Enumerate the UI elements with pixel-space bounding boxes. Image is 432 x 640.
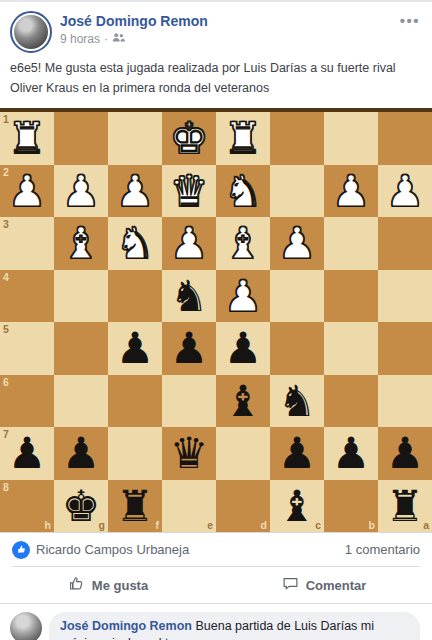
square-f8: ♜f	[108, 480, 162, 533]
square-h6: 6	[0, 375, 54, 428]
square-g1	[54, 112, 108, 165]
rank-label-7: 7	[3, 429, 9, 439]
white-queen: ♛	[170, 165, 209, 218]
square-c6: ♞	[270, 375, 324, 428]
white-pawn: ♟	[8, 165, 47, 218]
square-b1	[324, 112, 378, 165]
square-e1: ♚	[162, 112, 216, 165]
black-pawn: ♟	[386, 427, 425, 480]
black-bishop: ♝	[224, 375, 263, 428]
file-label-h: h	[45, 520, 51, 530]
square-g4	[54, 270, 108, 323]
square-b2: ♟	[324, 165, 378, 218]
square-f5: ♟	[108, 322, 162, 375]
post-author-name[interactable]: José Domingo Remon	[60, 13, 208, 30]
square-e6	[162, 375, 216, 428]
author-avatar-photo	[14, 15, 48, 49]
white-pawn: ♟	[170, 217, 209, 270]
square-d4: ♟	[216, 270, 270, 323]
file-label-f: f	[156, 520, 160, 530]
square-b3	[324, 217, 378, 270]
square-c7: ♟	[270, 427, 324, 480]
square-g2: ♟	[54, 165, 108, 218]
square-e3: ♟	[162, 217, 216, 270]
square-f7	[108, 427, 162, 480]
file-label-e: e	[207, 520, 213, 530]
square-d1: ♜	[216, 112, 270, 165]
square-a6	[378, 375, 432, 428]
white-knight: ♞	[116, 217, 155, 270]
black-king: ♚	[62, 480, 101, 533]
rank-label-4: 4	[3, 272, 9, 282]
action-bar: Me gusta Comentar	[0, 567, 432, 603]
square-c4	[270, 270, 324, 323]
file-label-a: a	[423, 520, 429, 530]
square-h8: 8h	[0, 480, 54, 533]
rank-label-2: 2	[3, 167, 9, 177]
square-c5	[270, 322, 324, 375]
chess-board-image[interactable]: ♜1♚♜♟2♟♟♛♞♟♟3♝♞♟♝♟4♞♟5♟♟♟6♝♞♟7♟♛♟♟♟8h♚g♜…	[0, 108, 432, 533]
square-g5	[54, 322, 108, 375]
square-e7: ♛	[162, 427, 216, 480]
white-king: ♚	[170, 112, 209, 165]
file-label-d: d	[261, 520, 267, 530]
square-d5: ♟	[216, 322, 270, 375]
comment-author-name[interactable]: José Domingo Remon	[60, 619, 192, 633]
white-bishop: ♝	[224, 217, 263, 270]
black-rook: ♜	[386, 480, 425, 533]
square-h2: ♟2	[0, 165, 54, 218]
comment: José Domingo Remon Buena partida de Luis…	[0, 604, 432, 640]
square-d2: ♞	[216, 165, 270, 218]
file-label-g: g	[99, 520, 105, 530]
square-b8: b	[324, 480, 378, 533]
like-button[interactable]: Me gusta	[0, 567, 216, 603]
square-f6	[108, 375, 162, 428]
white-pawn: ♟	[332, 165, 371, 218]
rank-label-1: 1	[3, 114, 9, 124]
square-h1: ♜1	[0, 112, 54, 165]
file-label-c: c	[315, 520, 321, 530]
square-c1	[270, 112, 324, 165]
comment-bubble-icon	[282, 575, 299, 595]
white-pawn: ♟	[224, 270, 263, 323]
post-meta[interactable]: 9 horas ·	[60, 32, 208, 46]
square-h5: 5	[0, 322, 54, 375]
rank-label-5: 5	[3, 324, 9, 334]
black-pawn: ♟	[8, 427, 47, 480]
post-timestamp[interactable]: 9 horas	[60, 32, 100, 46]
white-pawn: ♟	[116, 165, 155, 218]
meta-separator: ·	[104, 32, 108, 46]
square-e5: ♟	[162, 322, 216, 375]
white-pawn: ♟	[278, 217, 317, 270]
square-c2	[270, 165, 324, 218]
black-queen: ♛	[170, 427, 209, 480]
white-rook: ♜	[8, 112, 47, 165]
like-thumb-icon	[68, 575, 85, 595]
square-d7	[216, 427, 270, 480]
square-d3: ♝	[216, 217, 270, 270]
square-f3: ♞	[108, 217, 162, 270]
square-g3: ♝	[54, 217, 108, 270]
engagement-summary: Ricardo Campos Urbaneja 1 comentario	[0, 533, 432, 566]
square-a3	[378, 217, 432, 270]
liker-name[interactable]: Ricardo Campos Urbaneja	[36, 542, 189, 557]
comment-button[interactable]: Comentar	[216, 567, 432, 603]
rank-label-3: 3	[3, 219, 9, 229]
square-e8: e	[162, 480, 216, 533]
post-menu-icon[interactable]: •••	[400, 12, 420, 29]
black-bishop: ♝	[278, 480, 317, 533]
rank-label-6: 6	[3, 377, 9, 387]
like-button-label: Me gusta	[92, 578, 148, 593]
black-pawn: ♟	[62, 427, 101, 480]
square-a4	[378, 270, 432, 323]
square-c8: ♝c	[270, 480, 324, 533]
comment-button-label: Comentar	[306, 578, 367, 593]
file-label-b: b	[369, 520, 375, 530]
square-d8: d	[216, 480, 270, 533]
square-f1	[108, 112, 162, 165]
post-header-text: José Domingo Remon 9 horas ·	[60, 11, 208, 46]
black-knight: ♞	[278, 375, 317, 428]
black-knight: ♞	[170, 270, 209, 323]
white-knight: ♞	[224, 165, 263, 218]
white-pawn: ♟	[386, 165, 425, 218]
post-text: e6e5! Me gusta esta jugada realizada por…	[0, 50, 424, 108]
square-f2: ♟	[108, 165, 162, 218]
square-g7: ♟	[54, 427, 108, 480]
square-h3: 3	[0, 217, 54, 270]
post-header: José Domingo Remon 9 horas · •••	[0, 2, 432, 50]
square-a7: ♟	[378, 427, 432, 480]
square-g8: ♚g	[54, 480, 108, 533]
rank-label-8: 8	[3, 482, 9, 492]
white-pawn: ♟	[62, 165, 101, 218]
square-h4: 4	[0, 270, 54, 323]
friends-icon	[112, 32, 125, 46]
square-e4: ♞	[162, 270, 216, 323]
author-avatar[interactable]	[10, 11, 52, 53]
square-d6: ♝	[216, 375, 270, 428]
square-a1	[378, 112, 432, 165]
white-bishop: ♝	[62, 217, 101, 270]
black-pawn: ♟	[278, 427, 317, 480]
black-rook: ♜	[116, 480, 155, 533]
black-pawn: ♟	[332, 427, 371, 480]
comment-bubble: José Domingo Remon Buena partida de Luis…	[49, 612, 420, 640]
black-pawn: ♟	[116, 322, 155, 375]
square-c3: ♟	[270, 217, 324, 270]
square-b5	[324, 322, 378, 375]
chess-board: ♜1♚♜♟2♟♟♛♞♟♟3♝♞♟♝♟4♞♟5♟♟♟6♝♞♟7♟♛♟♟♟8h♚g♜…	[0, 112, 432, 532]
square-f4	[108, 270, 162, 323]
square-a5	[378, 322, 432, 375]
square-e2: ♛	[162, 165, 216, 218]
white-rook: ♜	[224, 112, 263, 165]
square-b4	[324, 270, 378, 323]
commenter-avatar[interactable]	[10, 612, 42, 640]
black-pawn: ♟	[224, 322, 263, 375]
square-a8: ♜a	[378, 480, 432, 533]
square-a2: ♟	[378, 165, 432, 218]
square-b7: ♟	[324, 427, 378, 480]
black-pawn: ♟	[170, 322, 209, 375]
square-g6	[54, 375, 108, 428]
comment-count[interactable]: 1 comentario	[345, 542, 420, 557]
square-h7: ♟7	[0, 427, 54, 480]
like-badge-icon[interactable]	[12, 541, 30, 559]
square-b6	[324, 375, 378, 428]
